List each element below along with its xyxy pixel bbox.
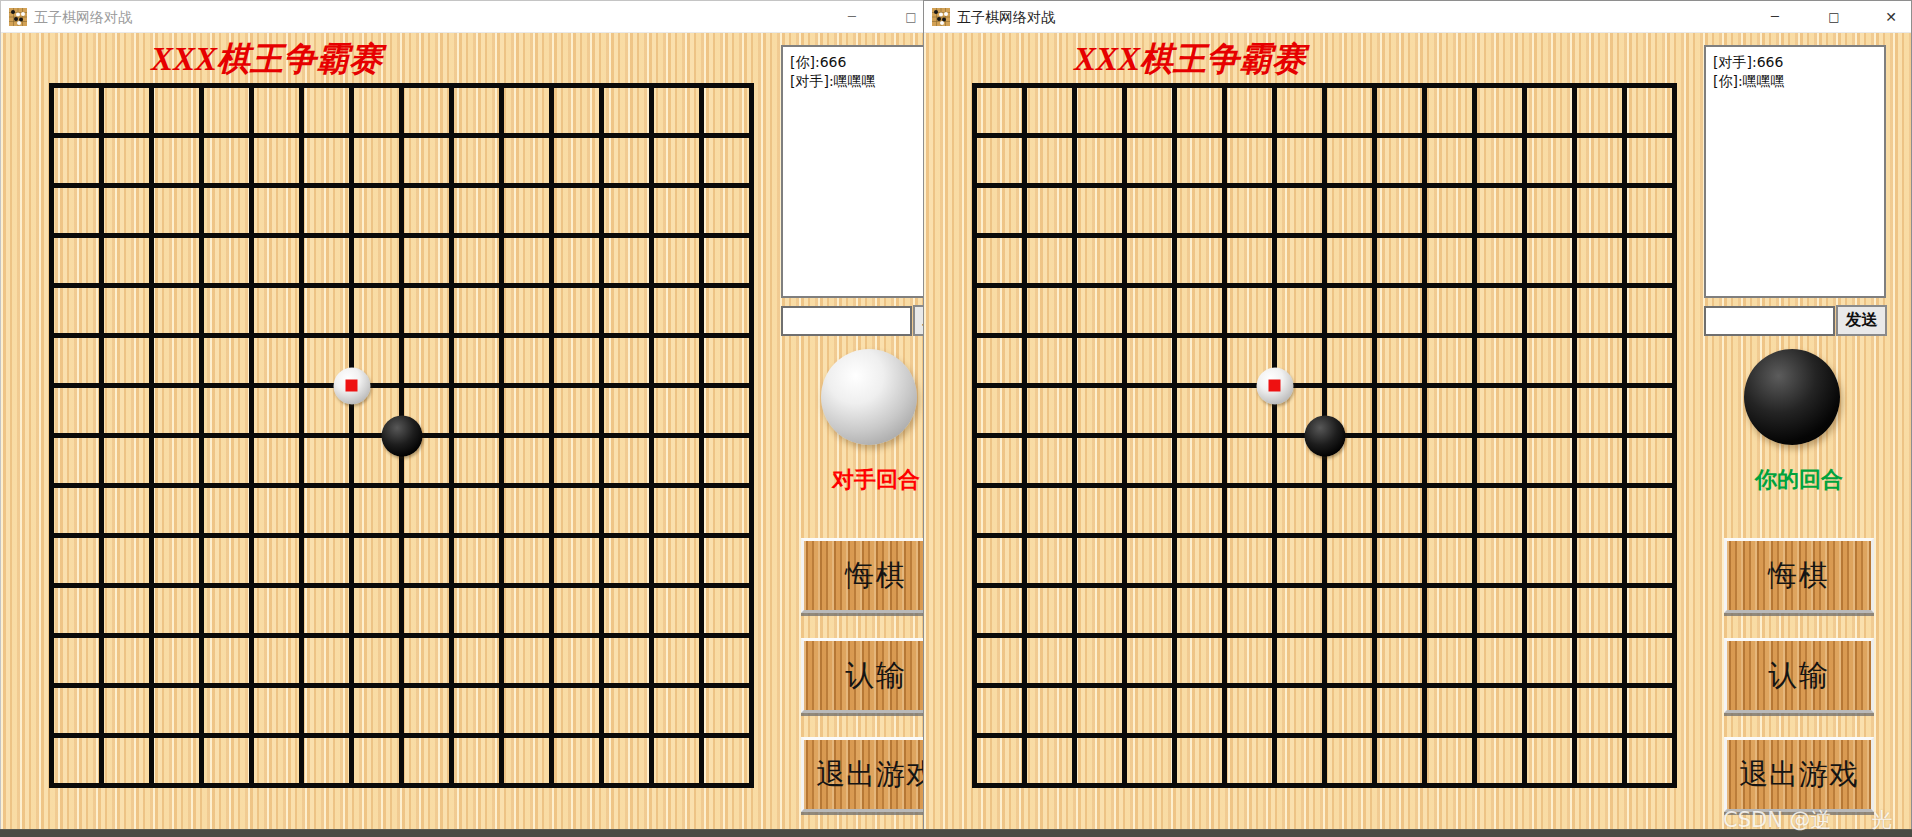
- tournament-banner: XXX棋王争霸赛: [1074, 41, 1286, 77]
- app-icon: [932, 8, 950, 26]
- csdn-watermark: CSDN @逆光: [1723, 806, 1893, 834]
- turn-indicator-stone-white: [821, 349, 917, 445]
- exit-game-button[interactable]: 退出游戏: [1724, 737, 1874, 812]
- undo-button[interactable]: 悔棋: [1724, 538, 1874, 613]
- last-move-marker: [346, 380, 358, 392]
- black-stone: [381, 415, 422, 456]
- chat-log: [对手]:666 [你]:嘿嘿嘿: [1704, 45, 1886, 298]
- chat-message: [你]:嘿嘿嘿: [1713, 72, 1877, 91]
- white-stone: [1256, 367, 1293, 404]
- window-title: 五子棋网络对战: [957, 1, 1055, 33]
- maximize-button[interactable]: □: [1823, 1, 1845, 33]
- window-title: 五子棋网络对战: [34, 1, 132, 33]
- titlebar: 五子棋网络对战 ─ □ ✕: [1, 1, 988, 33]
- minimize-button[interactable]: ─: [841, 1, 863, 33]
- titlebar: 五子棋网络对战 ─ □ ✕: [924, 1, 1911, 33]
- watermark-tail: 光: [1872, 808, 1893, 832]
- right-game-window: 五子棋网络对战 ─ □ ✕ XXX棋王争霸赛 [对手]:666 [你]:嘿嘿嘿 …: [923, 0, 1912, 837]
- white-stone: [333, 367, 370, 404]
- send-button[interactable]: 发送: [1836, 305, 1887, 336]
- turn-indicator-label: 你的回合: [1704, 467, 1894, 493]
- gomoku-board[interactable]: [972, 83, 1677, 788]
- turn-indicator-stone-black: [1744, 349, 1840, 445]
- window-content: XXX棋王争霸赛 [对手]:666 [你]:嘿嘿嘿 发送 你的回合 悔棋 认输 …: [924, 33, 1911, 836]
- gomoku-board[interactable]: [49, 83, 754, 788]
- chat-input[interactable]: [781, 306, 912, 336]
- left-game-window: 五子棋网络对战 ─ □ ✕ XXX棋王争霸赛 [你]:666 [对手]:嘿嘿嘿 …: [0, 0, 989, 837]
- maximize-button[interactable]: □: [900, 1, 922, 33]
- screen: 五子棋网络对战 ─ □ ✕ XXX棋王争霸赛 [你]:666 [对手]:嘿嘿嘿 …: [0, 0, 1912, 837]
- close-button[interactable]: ✕: [1880, 1, 1902, 33]
- tournament-banner: XXX棋王争霸赛: [151, 41, 363, 77]
- minimize-button[interactable]: ─: [1764, 1, 1786, 33]
- taskbar-strip: [0, 829, 1912, 837]
- app-icon: [9, 8, 27, 26]
- last-move-marker: [1269, 380, 1281, 392]
- chat-input[interactable]: [1704, 306, 1835, 336]
- chat-message: [对手]:666: [1713, 53, 1877, 72]
- watermark-brand: CSDN @逆: [1723, 808, 1832, 832]
- window-content: XXX棋王争霸赛 [你]:666 [对手]:嘿嘿嘿 发送 对手回合 悔棋 认输 …: [1, 33, 988, 836]
- resign-button[interactable]: 认输: [1724, 638, 1874, 713]
- black-stone: [1304, 415, 1345, 456]
